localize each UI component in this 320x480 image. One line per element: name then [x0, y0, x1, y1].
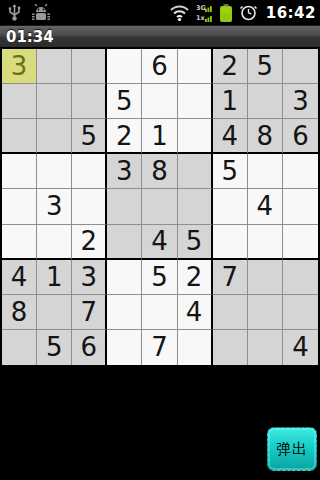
cell-r0c7[interactable]: 5 — [248, 49, 283, 84]
status-bar-left — [4, 4, 51, 22]
cell-r1c4[interactable] — [142, 84, 177, 119]
cell-r0c6[interactable]: 2 — [213, 49, 248, 84]
cell-r6c3[interactable] — [107, 260, 142, 295]
cell-r7c6[interactable] — [213, 295, 248, 330]
cell-r4c8[interactable] — [283, 189, 318, 224]
usb-icon — [8, 4, 21, 22]
cell-r5c5[interactable]: 5 — [178, 225, 213, 260]
cell-r7c1[interactable] — [37, 295, 72, 330]
cell-r1c8[interactable]: 3 — [283, 84, 318, 119]
cell-r4c3[interactable] — [107, 189, 142, 224]
wifi-icon — [169, 4, 190, 22]
cell-r5c3[interactable] — [107, 225, 142, 260]
cell-r0c0[interactable]: 3 — [2, 49, 37, 84]
bottom-area: 弹出 — [0, 367, 320, 480]
cell-r2c5[interactable] — [178, 119, 213, 154]
cell-r0c8[interactable] — [283, 49, 318, 84]
popup-button[interactable]: 弹出 — [267, 427, 317, 471]
status-bar-right: 3G 1x 16:42 — [169, 3, 316, 23]
cell-r7c0[interactable]: 8 — [2, 295, 37, 330]
cell-r0c3[interactable] — [107, 49, 142, 84]
cell-r8c1[interactable]: 5 — [37, 330, 72, 365]
elapsed-time: 01:34 — [0, 28, 54, 46]
cell-r8c5[interactable] — [178, 330, 213, 365]
cell-r4c7[interactable]: 4 — [248, 189, 283, 224]
cell-r1c1[interactable] — [37, 84, 72, 119]
cell-r6c5[interactable]: 2 — [178, 260, 213, 295]
cell-r4c6[interactable] — [213, 189, 248, 224]
cell-r6c7[interactable] — [248, 260, 283, 295]
svg-text:3G: 3G — [196, 4, 206, 12]
cell-r0c2[interactable] — [72, 49, 107, 84]
cell-r5c0[interactable] — [2, 225, 37, 260]
cell-r4c4[interactable] — [142, 189, 177, 224]
cell-r5c2[interactable]: 2 — [72, 225, 107, 260]
cell-r4c5[interactable] — [178, 189, 213, 224]
cell-r8c4[interactable]: 7 — [142, 330, 177, 365]
cell-r5c7[interactable] — [248, 225, 283, 260]
cell-r2c3[interactable]: 2 — [107, 119, 142, 154]
cell-r6c8[interactable] — [283, 260, 318, 295]
cell-r8c7[interactable] — [248, 330, 283, 365]
cell-r5c6[interactable] — [213, 225, 248, 260]
cell-r3c6[interactable]: 5 — [213, 154, 248, 189]
cell-r2c7[interactable]: 8 — [248, 119, 283, 154]
cell-r1c7[interactable] — [248, 84, 283, 119]
cell-r5c4[interactable]: 4 — [142, 225, 177, 260]
cell-r3c2[interactable] — [72, 154, 107, 189]
cell-r3c0[interactable] — [2, 154, 37, 189]
cell-r2c0[interactable] — [2, 119, 37, 154]
cell-r8c6[interactable] — [213, 330, 248, 365]
cell-r4c0[interactable] — [2, 189, 37, 224]
sudoku-board: 3625513521486385342454135278745674 — [0, 47, 320, 367]
cell-r8c8[interactable]: 4 — [283, 330, 318, 365]
cell-r0c1[interactable] — [37, 49, 72, 84]
cell-r8c0[interactable] — [2, 330, 37, 365]
cell-r6c2[interactable]: 3 — [72, 260, 107, 295]
cell-r6c1[interactable]: 1 — [37, 260, 72, 295]
cell-r2c4[interactable]: 1 — [142, 119, 177, 154]
cell-r6c4[interactable]: 5 — [142, 260, 177, 295]
cell-r3c8[interactable] — [283, 154, 318, 189]
cell-r7c7[interactable] — [248, 295, 283, 330]
cell-r7c2[interactable]: 7 — [72, 295, 107, 330]
timer-bar: 01:34 — [0, 25, 320, 47]
cell-r2c1[interactable] — [37, 119, 72, 154]
alarm-icon — [239, 3, 258, 22]
cell-r1c2[interactable] — [72, 84, 107, 119]
cell-r1c6[interactable]: 1 — [213, 84, 248, 119]
cell-r2c2[interactable]: 5 — [72, 119, 107, 154]
cell-r2c6[interactable]: 4 — [213, 119, 248, 154]
cell-r3c5[interactable] — [178, 154, 213, 189]
cell-r7c4[interactable] — [142, 295, 177, 330]
clock-time: 16:42 — [264, 4, 316, 22]
cell-r4c1[interactable]: 3 — [37, 189, 72, 224]
cell-r7c5[interactable]: 4 — [178, 295, 213, 330]
battery-icon — [219, 3, 233, 23]
cell-r4c2[interactable] — [72, 189, 107, 224]
cell-r7c3[interactable] — [107, 295, 142, 330]
status-bar: 3G 1x 16:42 — [0, 0, 320, 25]
cell-r8c2[interactable]: 6 — [72, 330, 107, 365]
cell-r1c5[interactable] — [178, 84, 213, 119]
cell-r1c0[interactable] — [2, 84, 37, 119]
cell-r0c4[interactable]: 6 — [142, 49, 177, 84]
cell-r0c5[interactable] — [178, 49, 213, 84]
cell-r2c8[interactable]: 6 — [283, 119, 318, 154]
adb-debug-icon — [31, 4, 51, 22]
popup-button-label: 弹出 — [276, 440, 308, 459]
cell-r5c8[interactable] — [283, 225, 318, 260]
signal-strength-icon: 3G 1x — [196, 3, 213, 23]
cell-r3c1[interactable] — [37, 154, 72, 189]
cell-r6c6[interactable]: 7 — [213, 260, 248, 295]
cell-r5c1[interactable] — [37, 225, 72, 260]
cell-r3c4[interactable]: 8 — [142, 154, 177, 189]
cell-r3c7[interactable] — [248, 154, 283, 189]
cell-r6c0[interactable]: 4 — [2, 260, 37, 295]
cell-r8c3[interactable] — [107, 330, 142, 365]
sudoku-app-screen: { "status_bar": { "time": "16:42", "netw… — [0, 0, 320, 480]
cell-r3c3[interactable]: 3 — [107, 154, 142, 189]
cell-r7c8[interactable] — [283, 295, 318, 330]
cell-r1c3[interactable]: 5 — [107, 84, 142, 119]
svg-text:1x: 1x — [196, 14, 206, 22]
